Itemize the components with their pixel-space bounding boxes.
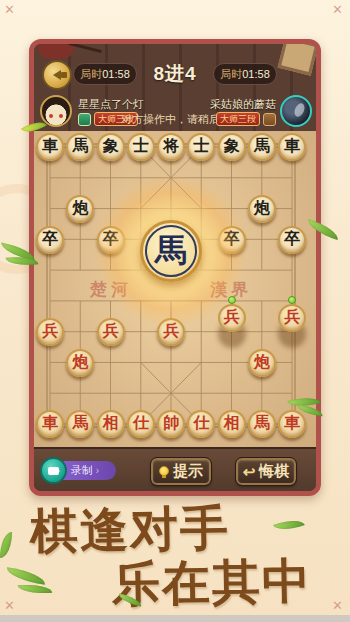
piece-red-馬[interactable]: 馬	[66, 410, 94, 438]
piece-red-車[interactable]: 車	[36, 410, 64, 438]
piece-char: 士	[193, 136, 209, 157]
piece-char: 炮	[72, 352, 88, 373]
bottom-edge-strip	[0, 615, 350, 622]
right-player-avatar[interactable]	[280, 95, 312, 127]
piece-char: 相	[103, 413, 119, 434]
undo-button[interactable]: ↩ 悔棋	[236, 458, 296, 485]
lightbulb-icon	[159, 466, 169, 478]
piece-red-炮[interactable]: 炮	[66, 349, 94, 377]
bottom-toolbar: 录制› 提示 ↩ 悔棋	[34, 447, 316, 491]
back-button[interactable]	[42, 60, 72, 90]
right-player-rank: 大师三段	[216, 112, 260, 126]
record-camera-button[interactable]	[40, 457, 67, 484]
piece-red-炮[interactable]: 炮	[248, 349, 276, 377]
piece-char: 馬	[72, 136, 88, 157]
corner-flourish: ✕	[4, 598, 15, 613]
chevron-right-icon: ›	[96, 465, 99, 476]
piece-char: 兵	[42, 321, 58, 342]
piece-char: 車	[284, 413, 300, 434]
leaf-decoration	[5, 567, 46, 584]
right-timer-label: 局时	[220, 68, 242, 80]
piece-black-車[interactable]: 車	[36, 133, 64, 161]
piece-char: 象	[103, 136, 119, 157]
piece-char: 車	[284, 136, 300, 157]
piece-char: 相	[224, 413, 240, 434]
piece-char: 馬	[254, 413, 270, 434]
left-timer-value: 01:58	[102, 68, 130, 80]
corner-flourish: ✕	[4, 2, 15, 17]
left-timer-label: 局时	[80, 68, 102, 80]
game-screen: 局时01:58 8进4 局时01:58 星星点了个灯 大师三段 对方操作中，请稍…	[29, 39, 321, 496]
piece-red-相[interactable]: 相	[218, 410, 246, 438]
hint-button[interactable]: 提示	[151, 458, 211, 485]
corner-flourish: ✕	[332, 2, 343, 17]
left-player-name: 星星点了个灯	[78, 97, 144, 112]
arrow-left-icon	[48, 70, 61, 80]
undo-arrow-icon: ↩	[243, 463, 256, 481]
medal-icon	[263, 113, 276, 126]
piece-black-馬[interactable]: 馬	[66, 133, 94, 161]
piece-red-相[interactable]: 相	[97, 410, 125, 438]
piece-char: 馬	[72, 413, 88, 434]
leaf-decoration	[18, 583, 53, 595]
right-player-name: 采姑娘的蘑菇	[210, 97, 276, 112]
leaf-decoration	[273, 516, 305, 535]
round-label: 8进4	[137, 61, 213, 87]
piece-red-兵[interactable]: 兵	[36, 318, 64, 346]
rank-seal-icon	[78, 113, 91, 126]
slogan-line-2: 乐在其中	[111, 549, 312, 616]
piece-char: 馬	[254, 136, 270, 157]
piece-black-将[interactable]: 将	[157, 133, 185, 161]
piece-red-仕[interactable]: 仕	[187, 410, 215, 438]
piece-char: 象	[224, 136, 240, 157]
piece-char: 兵	[103, 321, 119, 342]
piece-black-士[interactable]: 士	[187, 133, 215, 161]
corner-flourish: ✕	[332, 598, 343, 613]
piece-black-車[interactable]: 車	[278, 133, 306, 161]
piece-char: 士	[133, 136, 149, 157]
pot-decoration	[38, 44, 74, 59]
left-timer: 局时01:58	[73, 63, 137, 85]
piece-char: 兵	[224, 307, 240, 328]
piece-black-馬[interactable]: 馬	[248, 133, 276, 161]
piece-char: 炮	[254, 198, 270, 219]
piece-black-炮[interactable]: 炮	[248, 195, 276, 223]
piece-char: 仕	[193, 413, 209, 434]
picture-frame-decoration	[278, 39, 319, 76]
piece-red-兵[interactable]: 兵	[97, 318, 125, 346]
piece-red-兵[interactable]: 兵	[278, 304, 306, 332]
piece-char: 卒	[284, 229, 300, 250]
piece-char: 仕	[133, 413, 149, 434]
piece-black-卒[interactable]: 卒	[36, 226, 64, 254]
piece-char: 将	[163, 136, 179, 157]
piece-char: 卒	[42, 229, 58, 250]
piece-black-卒[interactable]: 卒	[278, 226, 306, 254]
piece-char: 車	[42, 413, 58, 434]
piece-black-象[interactable]: 象	[97, 133, 125, 161]
piece-char: 炮	[72, 198, 88, 219]
piece-char: 帥	[163, 413, 179, 434]
effect-inner-ring	[145, 225, 197, 277]
piece-red-車[interactable]: 車	[278, 410, 306, 438]
camcorder-icon	[48, 467, 59, 475]
piece-red-帥[interactable]: 帥	[157, 410, 185, 438]
piece-black-象[interactable]: 象	[218, 133, 246, 161]
piece-black-士[interactable]: 士	[127, 133, 155, 161]
leaf-decoration	[0, 532, 12, 558]
undo-label: 悔棋	[259, 462, 289, 481]
right-timer-value: 01:58	[242, 68, 270, 80]
xiangqi-board[interactable]: 楚河 漢界 車馬象士将士象馬車炮炮卒卒卒卒卒兵兵兵兵兵炮炮車馬相仕帥仕相馬車 馬	[34, 131, 316, 447]
piece-red-馬[interactable]: 馬	[248, 410, 276, 438]
piece-char: 炮	[254, 352, 270, 373]
hint-label: 提示	[173, 462, 203, 481]
piece-red-兵[interactable]: 兵	[218, 304, 246, 332]
piece-red-仕[interactable]: 仕	[127, 410, 155, 438]
piece-char: 兵	[284, 307, 300, 328]
piece-char: 車	[42, 136, 58, 157]
piece-black-炮[interactable]: 炮	[66, 195, 94, 223]
record-label: 录制	[71, 463, 93, 478]
right-player-badge: 大师三段	[216, 112, 276, 126]
horse-effect-disc: 馬	[140, 220, 202, 282]
right-timer: 局时01:58	[213, 63, 277, 85]
